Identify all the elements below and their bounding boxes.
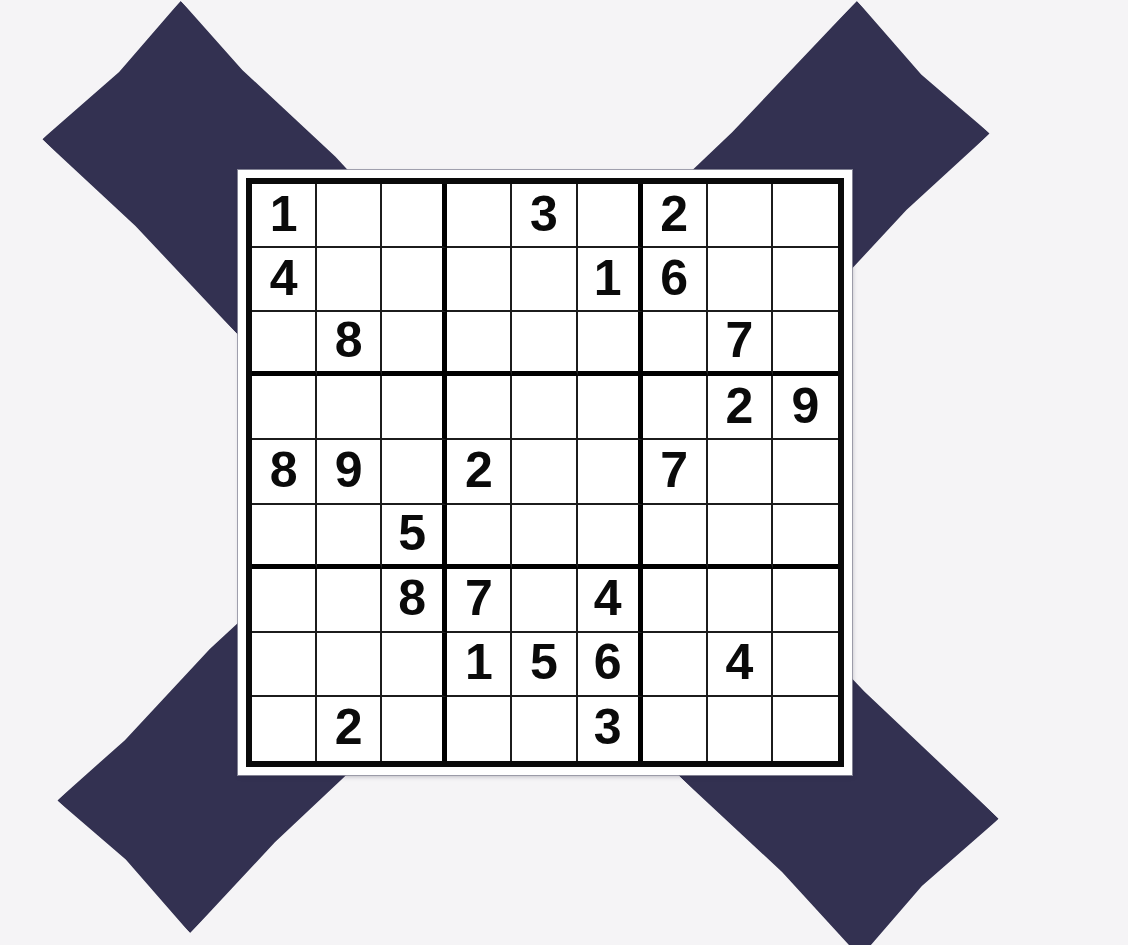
cell-r3c2[interactable]: 8: [317, 312, 382, 376]
cell-r5c4[interactable]: 2: [447, 440, 512, 504]
cell-r9c6[interactable]: 3: [578, 697, 643, 761]
wallpaper-background: 132416872989275874156423: [0, 0, 1128, 945]
cell-r4c6[interactable]: [578, 376, 643, 440]
cell-r2c2[interactable]: [317, 248, 382, 312]
cell-r1c9[interactable]: [773, 184, 838, 248]
cell-r1c3[interactable]: [382, 184, 447, 248]
cell-r4c5[interactable]: [512, 376, 577, 440]
cell-r7c3[interactable]: 8: [382, 569, 447, 633]
cell-r4c9[interactable]: 9: [773, 376, 838, 440]
cell-r8c4[interactable]: 1: [447, 633, 512, 697]
cell-r5c1[interactable]: 8: [252, 440, 317, 504]
cell-r5c5[interactable]: [512, 440, 577, 504]
cell-r5c6[interactable]: [578, 440, 643, 504]
cell-r4c3[interactable]: [382, 376, 447, 440]
cell-r5c2[interactable]: 9: [317, 440, 382, 504]
cell-r9c8[interactable]: [708, 697, 773, 761]
cell-r4c4[interactable]: [447, 376, 512, 440]
cell-r1c7[interactable]: 2: [643, 184, 708, 248]
cell-r6c4[interactable]: [447, 505, 512, 569]
cell-r7c8[interactable]: [708, 569, 773, 633]
cell-r8c3[interactable]: [382, 633, 447, 697]
cell-r1c4[interactable]: [447, 184, 512, 248]
cell-r1c2[interactable]: [317, 184, 382, 248]
cell-r7c2[interactable]: [317, 569, 382, 633]
cell-r2c8[interactable]: [708, 248, 773, 312]
cell-r1c8[interactable]: [708, 184, 773, 248]
cell-r9c3[interactable]: [382, 697, 447, 761]
sudoku-board: 132416872989275874156423: [238, 170, 852, 775]
cell-r7c1[interactable]: [252, 569, 317, 633]
cell-r7c5[interactable]: [512, 569, 577, 633]
cell-r9c5[interactable]: [512, 697, 577, 761]
cell-r9c4[interactable]: [447, 697, 512, 761]
cell-r9c1[interactable]: [252, 697, 317, 761]
cell-r5c9[interactable]: [773, 440, 838, 504]
cell-r6c1[interactable]: [252, 505, 317, 569]
cell-r5c8[interactable]: [708, 440, 773, 504]
cell-r2c7[interactable]: 6: [643, 248, 708, 312]
cell-r7c9[interactable]: [773, 569, 838, 633]
cell-r3c5[interactable]: [512, 312, 577, 376]
cell-r2c4[interactable]: [447, 248, 512, 312]
cell-r2c6[interactable]: 1: [578, 248, 643, 312]
cell-r7c7[interactable]: [643, 569, 708, 633]
cell-r6c3[interactable]: 5: [382, 505, 447, 569]
cell-r2c5[interactable]: [512, 248, 577, 312]
cell-r2c3[interactable]: [382, 248, 447, 312]
cell-r8c1[interactable]: [252, 633, 317, 697]
cell-r3c1[interactable]: [252, 312, 317, 376]
cell-r7c6[interactable]: 4: [578, 569, 643, 633]
cell-r5c3[interactable]: [382, 440, 447, 504]
cell-r8c6[interactable]: 6: [578, 633, 643, 697]
cell-r8c9[interactable]: [773, 633, 838, 697]
cell-r6c8[interactable]: [708, 505, 773, 569]
cell-r1c5[interactable]: 3: [512, 184, 577, 248]
cell-r4c2[interactable]: [317, 376, 382, 440]
cell-r1c6[interactable]: [578, 184, 643, 248]
cell-r6c5[interactable]: [512, 505, 577, 569]
cell-r5c7[interactable]: 7: [643, 440, 708, 504]
cell-r9c7[interactable]: [643, 697, 708, 761]
cell-r6c6[interactable]: [578, 505, 643, 569]
cell-r3c6[interactable]: [578, 312, 643, 376]
cell-r2c1[interactable]: 4: [252, 248, 317, 312]
cell-r3c4[interactable]: [447, 312, 512, 376]
cell-r4c1[interactable]: [252, 376, 317, 440]
cell-r9c9[interactable]: [773, 697, 838, 761]
cell-r6c9[interactable]: [773, 505, 838, 569]
cell-r8c2[interactable]: [317, 633, 382, 697]
cell-r6c7[interactable]: [643, 505, 708, 569]
cell-r6c2[interactable]: [317, 505, 382, 569]
cell-r9c2[interactable]: 2: [317, 697, 382, 761]
cell-r4c7[interactable]: [643, 376, 708, 440]
cell-r3c8[interactable]: 7: [708, 312, 773, 376]
cell-r3c3[interactable]: [382, 312, 447, 376]
cell-r3c9[interactable]: [773, 312, 838, 376]
cell-r4c8[interactable]: 2: [708, 376, 773, 440]
cell-r2c9[interactable]: [773, 248, 838, 312]
cell-r7c4[interactable]: 7: [447, 569, 512, 633]
sudoku-grid: 132416872989275874156423: [246, 178, 844, 767]
cell-r8c5[interactable]: 5: [512, 633, 577, 697]
cell-r8c7[interactable]: [643, 633, 708, 697]
cell-r1c1[interactable]: 1: [252, 184, 317, 248]
cell-r8c8[interactable]: 4: [708, 633, 773, 697]
cell-r3c7[interactable]: [643, 312, 708, 376]
